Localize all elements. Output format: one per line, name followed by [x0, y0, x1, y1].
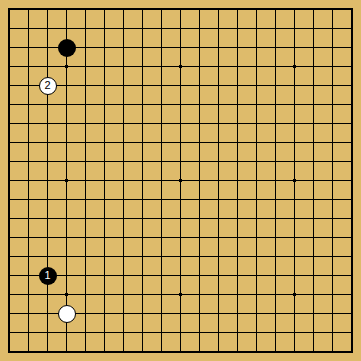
intersection-A10[interactable] — [0, 171, 19, 190]
intersection-G13[interactable] — [114, 114, 133, 133]
intersection-T17[interactable] — [342, 38, 361, 57]
intersection-J5[interactable] — [152, 266, 171, 285]
intersection-G12[interactable] — [114, 133, 133, 152]
intersection-C3[interactable] — [38, 304, 57, 323]
intersection-J3[interactable] — [152, 304, 171, 323]
intersection-M3[interactable] — [209, 304, 228, 323]
intersection-T14[interactable] — [342, 95, 361, 114]
intersection-L5[interactable] — [190, 266, 209, 285]
intersection-M18[interactable] — [209, 19, 228, 38]
intersection-A4[interactable] — [0, 285, 19, 304]
intersection-T13[interactable] — [342, 114, 361, 133]
intersection-J1[interactable] — [152, 342, 171, 361]
intersection-M16[interactable] — [209, 57, 228, 76]
intersection-A13[interactable] — [0, 114, 19, 133]
intersection-D8[interactable] — [57, 209, 76, 228]
intersection-R18[interactable] — [304, 19, 323, 38]
intersection-G18[interactable] — [114, 19, 133, 38]
intersection-Q16[interactable] — [285, 57, 304, 76]
intersection-K11[interactable] — [171, 152, 190, 171]
intersection-D10[interactable] — [57, 171, 76, 190]
intersection-C1[interactable] — [38, 342, 57, 361]
intersection-H2[interactable] — [133, 323, 152, 342]
intersection-J2[interactable] — [152, 323, 171, 342]
intersection-D9[interactable] — [57, 190, 76, 209]
intersection-E6[interactable] — [76, 247, 95, 266]
intersection-E13[interactable] — [76, 114, 95, 133]
intersection-C6[interactable] — [38, 247, 57, 266]
intersection-P18[interactable] — [266, 19, 285, 38]
intersection-M12[interactable] — [209, 133, 228, 152]
intersection-L7[interactable] — [190, 228, 209, 247]
intersection-E16[interactable] — [76, 57, 95, 76]
intersection-P19[interactable] — [266, 0, 285, 19]
intersection-B13[interactable] — [19, 114, 38, 133]
intersection-D13[interactable] — [57, 114, 76, 133]
intersection-B1[interactable] — [19, 342, 38, 361]
intersection-B15[interactable] — [19, 76, 38, 95]
intersection-E10[interactable] — [76, 171, 95, 190]
intersection-H8[interactable] — [133, 209, 152, 228]
intersection-Q10[interactable] — [285, 171, 304, 190]
intersection-R13[interactable] — [304, 114, 323, 133]
intersection-B17[interactable] — [19, 38, 38, 57]
intersection-L13[interactable] — [190, 114, 209, 133]
intersection-N3[interactable] — [228, 304, 247, 323]
intersection-M13[interactable] — [209, 114, 228, 133]
intersection-T7[interactable] — [342, 228, 361, 247]
intersection-L10[interactable] — [190, 171, 209, 190]
intersection-E3[interactable] — [76, 304, 95, 323]
intersection-P8[interactable] — [266, 209, 285, 228]
intersection-F7[interactable] — [95, 228, 114, 247]
intersection-N13[interactable] — [228, 114, 247, 133]
intersection-R6[interactable] — [304, 247, 323, 266]
intersection-L14[interactable] — [190, 95, 209, 114]
intersection-J9[interactable] — [152, 190, 171, 209]
intersection-O5[interactable] — [247, 266, 266, 285]
intersection-R4[interactable] — [304, 285, 323, 304]
intersection-N17[interactable] — [228, 38, 247, 57]
intersection-P2[interactable] — [266, 323, 285, 342]
intersection-Q7[interactable] — [285, 228, 304, 247]
intersection-G3[interactable] — [114, 304, 133, 323]
intersection-G19[interactable] — [114, 0, 133, 19]
intersection-B7[interactable] — [19, 228, 38, 247]
intersection-T3[interactable] — [342, 304, 361, 323]
intersection-Q12[interactable] — [285, 133, 304, 152]
intersection-M10[interactable] — [209, 171, 228, 190]
intersection-K16[interactable] — [171, 57, 190, 76]
intersection-F12[interactable] — [95, 133, 114, 152]
intersection-S12[interactable] — [323, 133, 342, 152]
intersection-D14[interactable] — [57, 95, 76, 114]
intersection-S10[interactable] — [323, 171, 342, 190]
intersection-J16[interactable] — [152, 57, 171, 76]
intersection-G1[interactable] — [114, 342, 133, 361]
intersection-S19[interactable] — [323, 0, 342, 19]
intersection-B6[interactable] — [19, 247, 38, 266]
intersection-B9[interactable] — [19, 190, 38, 209]
intersection-N10[interactable] — [228, 171, 247, 190]
intersection-P3[interactable] — [266, 304, 285, 323]
intersection-M2[interactable] — [209, 323, 228, 342]
intersection-D19[interactable] — [57, 0, 76, 19]
intersection-A18[interactable] — [0, 19, 19, 38]
intersection-O11[interactable] — [247, 152, 266, 171]
intersection-M1[interactable] — [209, 342, 228, 361]
intersection-O10[interactable] — [247, 171, 266, 190]
intersection-F19[interactable] — [95, 0, 114, 19]
intersection-K9[interactable] — [171, 190, 190, 209]
intersection-A16[interactable] — [0, 57, 19, 76]
intersection-Q8[interactable] — [285, 209, 304, 228]
intersection-R7[interactable] — [304, 228, 323, 247]
intersection-N9[interactable] — [228, 190, 247, 209]
intersection-A17[interactable] — [0, 38, 19, 57]
intersection-C5[interactable]: 1 — [38, 266, 57, 285]
intersection-B5[interactable] — [19, 266, 38, 285]
intersection-D11[interactable] — [57, 152, 76, 171]
intersection-E1[interactable] — [76, 342, 95, 361]
intersection-P5[interactable] — [266, 266, 285, 285]
intersection-N11[interactable] — [228, 152, 247, 171]
intersection-C2[interactable] — [38, 323, 57, 342]
intersection-T5[interactable] — [342, 266, 361, 285]
intersection-B18[interactable] — [19, 19, 38, 38]
intersection-K15[interactable] — [171, 76, 190, 95]
intersection-H3[interactable] — [133, 304, 152, 323]
intersection-T16[interactable] — [342, 57, 361, 76]
intersection-F17[interactable] — [95, 38, 114, 57]
intersection-H16[interactable] — [133, 57, 152, 76]
intersection-O3[interactable] — [247, 304, 266, 323]
intersection-E4[interactable] — [76, 285, 95, 304]
intersection-G16[interactable] — [114, 57, 133, 76]
intersection-C11[interactable] — [38, 152, 57, 171]
intersection-O14[interactable] — [247, 95, 266, 114]
intersection-K4[interactable] — [171, 285, 190, 304]
intersection-T4[interactable] — [342, 285, 361, 304]
intersection-M5[interactable] — [209, 266, 228, 285]
intersection-D18[interactable] — [57, 19, 76, 38]
intersection-F13[interactable] — [95, 114, 114, 133]
intersection-C7[interactable] — [38, 228, 57, 247]
intersection-N16[interactable] — [228, 57, 247, 76]
intersection-L3[interactable] — [190, 304, 209, 323]
intersection-F16[interactable] — [95, 57, 114, 76]
intersection-S1[interactable] — [323, 342, 342, 361]
intersection-H19[interactable] — [133, 0, 152, 19]
intersection-D16[interactable] — [57, 57, 76, 76]
intersection-Q5[interactable] — [285, 266, 304, 285]
intersection-D5[interactable] — [57, 266, 76, 285]
intersection-B19[interactable] — [19, 0, 38, 19]
intersection-A7[interactable] — [0, 228, 19, 247]
intersection-L8[interactable] — [190, 209, 209, 228]
intersection-R11[interactable] — [304, 152, 323, 171]
intersection-A1[interactable] — [0, 342, 19, 361]
intersection-F11[interactable] — [95, 152, 114, 171]
intersection-N1[interactable] — [228, 342, 247, 361]
intersection-R8[interactable] — [304, 209, 323, 228]
intersection-O15[interactable] — [247, 76, 266, 95]
intersection-G11[interactable] — [114, 152, 133, 171]
intersection-A5[interactable] — [0, 266, 19, 285]
intersection-J10[interactable] — [152, 171, 171, 190]
intersection-P13[interactable] — [266, 114, 285, 133]
intersection-A2[interactable] — [0, 323, 19, 342]
intersection-J4[interactable] — [152, 285, 171, 304]
intersection-O8[interactable] — [247, 209, 266, 228]
intersection-B3[interactable] — [19, 304, 38, 323]
intersection-F10[interactable] — [95, 171, 114, 190]
intersection-J13[interactable] — [152, 114, 171, 133]
intersection-C9[interactable] — [38, 190, 57, 209]
intersection-O2[interactable] — [247, 323, 266, 342]
intersection-G6[interactable] — [114, 247, 133, 266]
intersection-K6[interactable] — [171, 247, 190, 266]
intersection-R12[interactable] — [304, 133, 323, 152]
intersection-Q15[interactable] — [285, 76, 304, 95]
intersection-R17[interactable] — [304, 38, 323, 57]
intersection-G10[interactable] — [114, 171, 133, 190]
intersection-Q9[interactable] — [285, 190, 304, 209]
intersection-Q18[interactable] — [285, 19, 304, 38]
intersection-J18[interactable] — [152, 19, 171, 38]
intersection-H13[interactable] — [133, 114, 152, 133]
intersection-A11[interactable] — [0, 152, 19, 171]
intersection-B2[interactable] — [19, 323, 38, 342]
intersection-R9[interactable] — [304, 190, 323, 209]
intersection-C13[interactable] — [38, 114, 57, 133]
intersection-S15[interactable] — [323, 76, 342, 95]
intersection-P1[interactable] — [266, 342, 285, 361]
intersection-D7[interactable] — [57, 228, 76, 247]
intersection-P10[interactable] — [266, 171, 285, 190]
intersection-J12[interactable] — [152, 133, 171, 152]
intersection-J17[interactable] — [152, 38, 171, 57]
intersection-G2[interactable] — [114, 323, 133, 342]
intersection-K18[interactable] — [171, 19, 190, 38]
intersection-S14[interactable] — [323, 95, 342, 114]
intersection-H1[interactable] — [133, 342, 152, 361]
intersection-A8[interactable] — [0, 209, 19, 228]
intersection-R16[interactable] — [304, 57, 323, 76]
intersection-A9[interactable] — [0, 190, 19, 209]
intersection-D12[interactable] — [57, 133, 76, 152]
intersection-N5[interactable] — [228, 266, 247, 285]
intersection-K3[interactable] — [171, 304, 190, 323]
intersection-G8[interactable] — [114, 209, 133, 228]
intersection-F2[interactable] — [95, 323, 114, 342]
intersection-M8[interactable] — [209, 209, 228, 228]
intersection-E8[interactable] — [76, 209, 95, 228]
intersection-J7[interactable] — [152, 228, 171, 247]
intersection-A19[interactable] — [0, 0, 19, 19]
intersection-Q17[interactable] — [285, 38, 304, 57]
intersection-H17[interactable] — [133, 38, 152, 57]
intersection-E12[interactable] — [76, 133, 95, 152]
intersection-C10[interactable] — [38, 171, 57, 190]
intersection-B8[interactable] — [19, 209, 38, 228]
intersection-R1[interactable] — [304, 342, 323, 361]
intersection-H11[interactable] — [133, 152, 152, 171]
intersection-F5[interactable] — [95, 266, 114, 285]
intersection-Q19[interactable] — [285, 0, 304, 19]
intersection-C16[interactable] — [38, 57, 57, 76]
intersection-H18[interactable] — [133, 19, 152, 38]
intersection-O17[interactable] — [247, 38, 266, 57]
intersection-K1[interactable] — [171, 342, 190, 361]
intersection-R15[interactable] — [304, 76, 323, 95]
intersection-O1[interactable] — [247, 342, 266, 361]
intersection-C12[interactable] — [38, 133, 57, 152]
intersection-L4[interactable] — [190, 285, 209, 304]
intersection-H7[interactable] — [133, 228, 152, 247]
intersection-S13[interactable] — [323, 114, 342, 133]
intersection-H14[interactable] — [133, 95, 152, 114]
intersection-K5[interactable] — [171, 266, 190, 285]
intersection-P16[interactable] — [266, 57, 285, 76]
intersection-L12[interactable] — [190, 133, 209, 152]
intersection-H15[interactable] — [133, 76, 152, 95]
intersection-T10[interactable] — [342, 171, 361, 190]
intersection-B12[interactable] — [19, 133, 38, 152]
intersection-O6[interactable] — [247, 247, 266, 266]
intersection-O16[interactable] — [247, 57, 266, 76]
intersection-O18[interactable] — [247, 19, 266, 38]
intersection-P9[interactable] — [266, 190, 285, 209]
intersection-F3[interactable] — [95, 304, 114, 323]
intersection-P11[interactable] — [266, 152, 285, 171]
intersection-S5[interactable] — [323, 266, 342, 285]
intersection-B11[interactable] — [19, 152, 38, 171]
intersection-T6[interactable] — [342, 247, 361, 266]
intersection-T18[interactable] — [342, 19, 361, 38]
intersection-P7[interactable] — [266, 228, 285, 247]
intersection-G9[interactable] — [114, 190, 133, 209]
intersection-Q4[interactable] — [285, 285, 304, 304]
intersection-B10[interactable] — [19, 171, 38, 190]
intersection-K17[interactable] — [171, 38, 190, 57]
intersection-N7[interactable] — [228, 228, 247, 247]
intersection-N6[interactable] — [228, 247, 247, 266]
intersection-K13[interactable] — [171, 114, 190, 133]
intersection-E9[interactable] — [76, 190, 95, 209]
intersection-G14[interactable] — [114, 95, 133, 114]
intersection-N8[interactable] — [228, 209, 247, 228]
intersection-M11[interactable] — [209, 152, 228, 171]
intersection-H6[interactable] — [133, 247, 152, 266]
intersection-M14[interactable] — [209, 95, 228, 114]
intersection-K14[interactable] — [171, 95, 190, 114]
intersection-F6[interactable] — [95, 247, 114, 266]
intersection-M9[interactable] — [209, 190, 228, 209]
intersection-R3[interactable] — [304, 304, 323, 323]
intersection-Q3[interactable] — [285, 304, 304, 323]
intersection-R14[interactable] — [304, 95, 323, 114]
intersection-M6[interactable] — [209, 247, 228, 266]
intersection-G17[interactable] — [114, 38, 133, 57]
intersection-D2[interactable] — [57, 323, 76, 342]
intersection-C8[interactable] — [38, 209, 57, 228]
intersection-M19[interactable] — [209, 0, 228, 19]
intersection-A12[interactable] — [0, 133, 19, 152]
intersection-L2[interactable] — [190, 323, 209, 342]
intersection-E17[interactable] — [76, 38, 95, 57]
intersection-O9[interactable] — [247, 190, 266, 209]
intersection-M4[interactable] — [209, 285, 228, 304]
intersection-J14[interactable] — [152, 95, 171, 114]
intersection-H10[interactable] — [133, 171, 152, 190]
intersection-S8[interactable] — [323, 209, 342, 228]
intersection-L9[interactable] — [190, 190, 209, 209]
intersection-S7[interactable] — [323, 228, 342, 247]
intersection-S9[interactable] — [323, 190, 342, 209]
intersection-L1[interactable] — [190, 342, 209, 361]
intersection-E15[interactable] — [76, 76, 95, 95]
intersection-O7[interactable] — [247, 228, 266, 247]
intersection-B14[interactable] — [19, 95, 38, 114]
intersection-R19[interactable] — [304, 0, 323, 19]
intersection-F9[interactable] — [95, 190, 114, 209]
intersection-A3[interactable] — [0, 304, 19, 323]
intersection-G5[interactable] — [114, 266, 133, 285]
intersection-L18[interactable] — [190, 19, 209, 38]
intersection-J8[interactable] — [152, 209, 171, 228]
intersection-F18[interactable] — [95, 19, 114, 38]
intersection-Q13[interactable] — [285, 114, 304, 133]
intersection-T1[interactable] — [342, 342, 361, 361]
intersection-C15[interactable]: 2 — [38, 76, 57, 95]
intersection-P17[interactable] — [266, 38, 285, 57]
intersection-K7[interactable] — [171, 228, 190, 247]
intersection-F1[interactable] — [95, 342, 114, 361]
intersection-T2[interactable] — [342, 323, 361, 342]
intersection-H9[interactable] — [133, 190, 152, 209]
intersection-L19[interactable] — [190, 0, 209, 19]
intersection-Q11[interactable] — [285, 152, 304, 171]
intersection-N18[interactable] — [228, 19, 247, 38]
intersection-L16[interactable] — [190, 57, 209, 76]
intersection-O13[interactable] — [247, 114, 266, 133]
intersection-L17[interactable] — [190, 38, 209, 57]
intersection-S16[interactable] — [323, 57, 342, 76]
intersection-E5[interactable] — [76, 266, 95, 285]
intersection-P4[interactable] — [266, 285, 285, 304]
intersection-T8[interactable] — [342, 209, 361, 228]
intersection-S17[interactable] — [323, 38, 342, 57]
intersection-S2[interactable] — [323, 323, 342, 342]
intersection-G15[interactable] — [114, 76, 133, 95]
intersection-E2[interactable] — [76, 323, 95, 342]
intersection-H12[interactable] — [133, 133, 152, 152]
intersection-T9[interactable] — [342, 190, 361, 209]
intersection-E11[interactable] — [76, 152, 95, 171]
intersection-F15[interactable] — [95, 76, 114, 95]
intersection-Q1[interactable] — [285, 342, 304, 361]
intersection-T12[interactable] — [342, 133, 361, 152]
intersection-S4[interactable] — [323, 285, 342, 304]
intersection-K8[interactable] — [171, 209, 190, 228]
intersection-J19[interactable] — [152, 0, 171, 19]
intersection-G4[interactable] — [114, 285, 133, 304]
intersection-C18[interactable] — [38, 19, 57, 38]
intersection-S18[interactable] — [323, 19, 342, 38]
intersection-E19[interactable] — [76, 0, 95, 19]
intersection-K12[interactable] — [171, 133, 190, 152]
